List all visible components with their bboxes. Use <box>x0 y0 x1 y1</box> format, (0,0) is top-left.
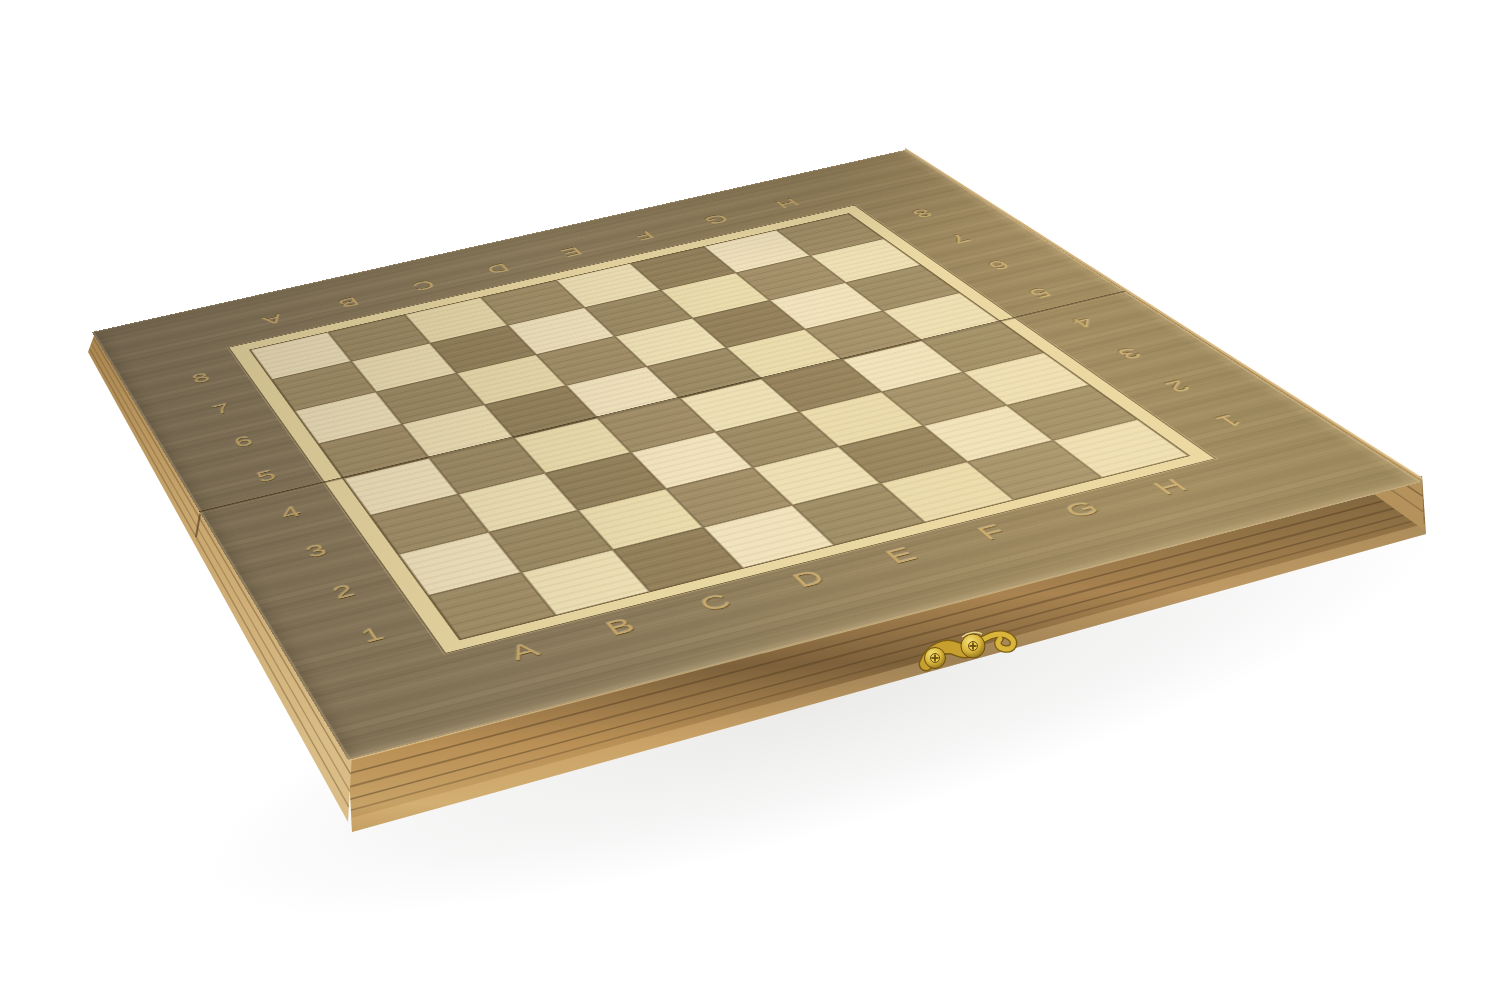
coord-rank-7-right: 7 <box>942 231 975 246</box>
coord-file-g-near: G <box>1058 497 1108 521</box>
coord-file-h-far: H <box>769 196 803 211</box>
product-photo-scene: AA88BB77CC66DD55EE44FF33GG22HH11 <box>0 0 1500 1000</box>
coord-rank-8-left: 8 <box>188 369 214 386</box>
coord-rank-5-right: 5 <box>1021 284 1056 300</box>
coord-file-h-near: H <box>1147 475 1196 499</box>
coord-rank-1-left: 1 <box>356 622 390 647</box>
coord-rank-2-right: 2 <box>1157 376 1197 395</box>
coord-file-g-far: G <box>697 212 732 227</box>
coord-rank-3-right: 3 <box>1109 344 1147 362</box>
coord-file-a-near: A <box>504 638 545 665</box>
coord-rank-5-left: 5 <box>252 466 281 486</box>
squares-grid <box>249 213 1191 640</box>
coord-rank-3-left: 3 <box>301 539 332 561</box>
coord-rank-4-right: 4 <box>1064 313 1101 330</box>
coord-file-e-near: E <box>880 543 925 568</box>
coord-file-e-far: E <box>555 244 586 259</box>
coord-rank-6-right: 6 <box>981 257 1015 273</box>
coord-rank-1-right: 1 <box>1207 410 1248 430</box>
coord-file-d-far: D <box>481 261 513 277</box>
coord-rank-4-left: 4 <box>276 501 306 522</box>
coord-rank-2-left: 2 <box>328 579 360 602</box>
coord-file-a-far: A <box>257 311 286 328</box>
coord-rank-6-left: 6 <box>230 432 258 451</box>
coord-file-c-near: C <box>694 590 739 616</box>
coord-file-d-near: D <box>787 566 833 592</box>
coord-file-f-far: F <box>628 228 658 243</box>
coord-file-b-far: B <box>333 294 362 310</box>
coord-file-f-near: F <box>971 521 1014 545</box>
coord-rank-7-left: 7 <box>209 400 236 418</box>
coord-file-c-far: C <box>407 277 438 293</box>
coord-rank-8-right: 8 <box>905 206 937 220</box>
coord-file-b-near: B <box>600 614 642 640</box>
